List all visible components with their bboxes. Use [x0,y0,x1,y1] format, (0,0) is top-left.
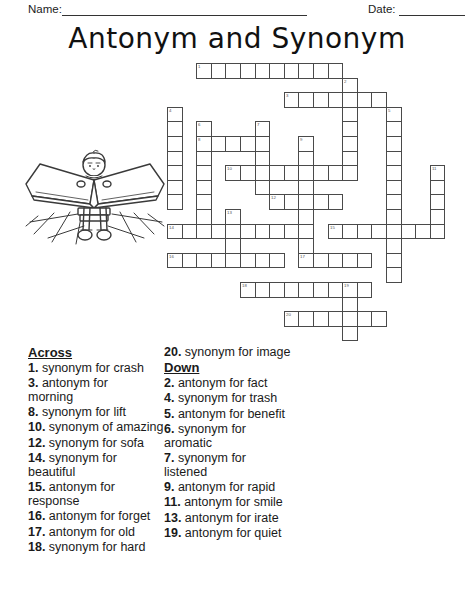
clue-number: 6. [164,422,174,436]
crossword-cell[interactable] [386,194,402,210]
cell-number: 15 [330,225,335,229]
crossword-cell[interactable] [167,180,183,196]
clue-item: 3. antonym for morning [28,377,166,405]
crossword-cell[interactable] [328,63,344,79]
crossword-cell[interactable] [342,107,358,123]
crossword-cell[interactable] [269,282,285,298]
crossword-cell[interactable] [196,209,212,225]
crossword-cell[interactable] [255,151,271,167]
clue-item: 16. antonym for forget [28,510,166,524]
crossword-cell[interactable] [240,165,256,181]
clue-number: 3. [28,376,38,390]
clue-text: synonym for aromatic [164,422,246,450]
cell-number: 10 [227,166,232,170]
across-clue-column: Across 1. synonym for crash3. antonym fo… [28,346,166,556]
cell-number: 11 [432,166,436,170]
crossword-cell[interactable] [386,224,402,240]
crossword-cell[interactable] [357,253,373,269]
crossword-cell[interactable]: 12 [269,194,285,210]
crossword-cell[interactable] [269,224,285,240]
across-clue-list: 1. synonym for crash3. antonym for morni… [28,362,166,555]
clue-item: 20. synonym for image [164,346,302,360]
clue-text: antonym for old [45,525,135,539]
cell-number: 20 [286,312,291,316]
crossword-cell[interactable] [196,165,212,181]
clue-number: 15. [28,480,45,494]
clue-text: antonym for irate [181,511,278,525]
clue-number: 19. [164,526,181,540]
cell-number: 19 [344,283,349,287]
crossword-cell[interactable] [240,63,256,79]
cell-number: 4 [169,108,171,112]
clue-number: 12. [28,436,45,450]
crossword-cell[interactable] [342,326,358,342]
clue-text: antonym for fact [174,376,267,390]
crossword-cell[interactable] [328,282,344,298]
clue-number: 5. [164,407,174,421]
crossword-cell[interactable] [225,136,241,152]
clue-item: 8. synonym for lift [28,406,166,420]
cell-number: 12 [271,195,276,199]
cell-number: 18 [242,283,247,287]
clue-number: 10. [28,420,45,434]
crossword-cell[interactable] [211,63,227,79]
crossword-cell[interactable] [240,253,256,269]
clue-item: 18. synonym for hard [28,541,166,555]
crossword-cell[interactable] [342,224,358,240]
crossword-cell[interactable] [371,92,387,108]
down-heading: Down [164,361,302,375]
clue-number: 18. [28,540,45,554]
cell-number: 13 [227,210,232,214]
clue-text: antonym for forget [45,509,150,523]
date-label: Date: [368,3,396,15]
worksheet-page: Name: Date: Antonym and Synonym [0,0,474,613]
crossword-cell[interactable] [298,180,314,196]
crossword-cell[interactable] [328,165,344,181]
crossword-cell[interactable] [430,180,446,196]
crossword-cell[interactable]: 9 [298,136,314,152]
crossword-cell[interactable]: 7 [255,121,271,137]
crossword-cell[interactable]: 5 [386,107,402,123]
cell-number: 6 [198,122,200,126]
crossword-cell[interactable] [196,194,212,210]
crossword-cell[interactable] [298,92,314,108]
crossword-cell[interactable] [284,282,300,298]
crossword-cell[interactable] [211,224,227,240]
crossword-cell[interactable] [357,311,373,327]
clue-number: 16. [28,509,45,523]
crossword-cell[interactable] [430,209,446,225]
crossword-cell[interactable] [313,282,329,298]
crossword-cell[interactable] [225,253,241,269]
crossword-cell[interactable] [386,136,402,152]
crossword-cell[interactable] [415,224,431,240]
crossword-cell[interactable] [386,238,402,254]
crossword-cell[interactable] [298,311,314,327]
clue-item: 10. synonym of amazing [28,421,166,435]
crossword-cell[interactable] [328,92,344,108]
clue-item: 7. synonym for listened [164,452,302,480]
crossword-cell[interactable] [225,238,241,254]
crossword-cell[interactable] [298,224,314,240]
crossword-cell[interactable] [255,253,271,269]
clue-text: synonym of amazing [45,420,163,434]
crossword-cell[interactable] [357,92,373,108]
clue-item: 13. antonym for irate [164,512,302,526]
crossword-cell[interactable] [342,297,358,313]
crossword-cell[interactable] [182,224,198,240]
crossword-cell[interactable] [255,224,271,240]
crossword-cell[interactable] [225,224,241,240]
cell-number: 17 [300,254,305,258]
cell-number: 2 [344,79,346,83]
clue-text: synonym for listened [164,451,246,479]
crossword-cell[interactable] [298,238,314,254]
clue-item: 6. synonym for aromatic [164,423,302,451]
crossword-cell[interactable] [313,253,329,269]
crossword-cell[interactable] [386,121,402,137]
clue-number: 13. [164,511,181,525]
crossword-cell[interactable] [298,63,314,79]
crossword-cell[interactable] [313,165,329,181]
crossword-cell[interactable] [386,267,402,283]
crossword-cell[interactable] [255,165,271,181]
crossword-cell[interactable]: 15 [328,224,344,240]
page-title: Antonym and Synonym [0,22,474,55]
clue-text: synonym for crash [38,361,144,375]
crossword-cell[interactable] [298,151,314,167]
crossword-cell[interactable] [313,63,329,79]
clue-text: synonym for hard [45,540,145,554]
cell-number: 16 [169,254,174,258]
crossword-cell[interactable] [167,165,183,181]
down-clue-list: 2. antonym for fact4. synonym for trash5… [164,377,302,541]
clue-item: 11. antonym for smile [164,496,302,510]
crossword-cell[interactable] [313,311,329,327]
crossword-cell[interactable] [255,180,271,196]
crossword-cell[interactable] [167,121,183,137]
crossword-cell[interactable] [284,165,300,181]
crossword-cell[interactable] [225,63,241,79]
crossword-cell[interactable] [255,63,271,79]
crossword-cell[interactable] [284,63,300,79]
crossword-cell[interactable]: 4 [167,107,183,123]
crossword-cell[interactable] [328,194,344,210]
clue-number: 2. [164,376,174,390]
legs-and-books [78,208,111,240]
clue-item: 15. antonym for response [28,481,166,509]
crossword-cell[interactable]: 14 [167,224,183,240]
crossword-cell[interactable] [211,136,227,152]
clue-text: synonym for image [181,345,290,359]
cell-number: 14 [169,225,174,229]
crossword-cell[interactable] [342,151,358,167]
crossword-cell[interactable] [167,151,183,167]
crossword-cell[interactable] [298,194,314,210]
crossword-cell[interactable] [342,92,358,108]
crossword-cell[interactable] [386,209,402,225]
clue-number: 7. [164,451,174,465]
crossword-cell[interactable]: 17 [298,253,314,269]
clue-text: antonym for benefit [174,407,284,421]
crossword-cell[interactable] [269,165,285,181]
clue-text: synonym for lift [38,405,126,419]
crossword-cell[interactable]: 11 [430,165,446,181]
crossword-cell[interactable]: 20 [284,311,300,327]
crossword-cell[interactable] [342,136,358,152]
crossword-cell[interactable] [328,311,344,327]
crossword-cell[interactable] [357,282,373,298]
crossword-cell[interactable]: 18 [240,282,256,298]
date-write-in-line[interactable] [399,15,465,16]
crossword-cell[interactable]: 8 [196,136,212,152]
crossword-cell[interactable] [284,194,300,210]
crossword-cell[interactable] [284,224,300,240]
name-write-in-line[interactable] [62,15,307,16]
crossword-cell[interactable] [255,136,271,152]
crossword-cell[interactable] [298,209,314,225]
crossword-cell[interactable]: 2 [342,78,358,94]
clue-number: 8. [28,405,38,419]
clue-number: 20. [164,345,181,359]
crossword-cell[interactable] [167,136,183,152]
across-heading: Across [28,346,166,360]
crossword-cell[interactable]: 16 [167,253,183,269]
crossword-cell[interactable] [430,224,446,240]
clue-number: 17. [28,525,45,539]
crossword-cell[interactable] [313,194,329,210]
crossword-cell[interactable]: 19 [342,282,358,298]
crossword-cell[interactable]: 6 [196,121,212,137]
crossword-cell[interactable] [240,136,256,152]
crossword-cell[interactable] [298,165,314,181]
crossword-cell[interactable] [240,224,256,240]
crossword-cell[interactable] [196,253,212,269]
clue-text: antonym for smile [181,495,283,509]
cell-number: 3 [286,93,288,97]
crossword-cell[interactable]: 13 [225,209,241,225]
crossword-cell[interactable] [196,224,212,240]
crossword-cell[interactable] [430,194,446,210]
cell-number: 5 [388,108,390,112]
crossword-cell[interactable] [313,92,329,108]
down-clue-column: 20. synonym for image Down 2. antonym fo… [164,346,302,542]
clue-item: 14. synonym for beautiful [28,452,166,480]
crossword-cell[interactable] [342,121,358,137]
clue-number: 11. [164,495,181,509]
crossword-cell[interactable] [255,282,271,298]
crossword-cell[interactable] [328,253,344,269]
clue-item: 1. synonym for crash [28,362,166,376]
crossword-cell[interactable] [269,63,285,79]
clue-item: 9. antonym for rapid [164,481,302,495]
crossword-cell[interactable] [401,224,417,240]
crossword-cell[interactable] [386,253,402,269]
clue-item: 17. antonym for old [28,526,166,540]
clue-item: 12. synonym for sofa [28,437,166,451]
cell-number: 7 [257,122,259,126]
crossword-cell[interactable] [371,311,387,327]
cell-number: 9 [300,137,302,141]
clue-text: antonym for quiet [181,526,281,540]
clue-number: 1. [28,361,38,375]
crossword-cell[interactable] [342,165,358,181]
crossword-cell[interactable] [357,224,373,240]
crossword-cell[interactable] [386,165,402,181]
crossword-cell[interactable] [196,151,212,167]
across-overflow-clue-list: 20. synonym for image [164,346,302,360]
crossword-cell[interactable] [342,311,358,327]
crossword-cell[interactable] [298,282,314,298]
cell-number: 1 [198,64,200,68]
crossword-cell[interactable] [386,151,402,167]
clue-number: 4. [164,391,174,405]
crossword-cell[interactable] [386,180,402,196]
clue-item: 5. antonym for benefit [164,408,302,422]
clue-text: synonym for sofa [45,436,144,450]
crossword-cell[interactable] [371,224,387,240]
reading-child-illustration [24,146,166,248]
crossword-cell[interactable]: 3 [284,92,300,108]
crossword-cell[interactable] [182,253,198,269]
crossword-cell[interactable] [167,194,183,210]
crossword-cell[interactable] [211,253,227,269]
crossword-cell[interactable] [269,253,285,269]
clue-number: 9. [164,480,174,494]
cell-number: 8 [198,137,200,141]
clue-text: synonym for trash [174,391,277,405]
clue-text: antonym for morning [28,376,108,404]
clue-text: antonym for rapid [174,480,275,494]
clue-item: 19. antonym for quiet [164,527,302,541]
clue-number: 14. [28,451,45,465]
crossword-cell[interactable] [196,180,212,196]
clue-item: 4. synonym for trash [164,392,302,406]
name-label: Name: [28,3,62,15]
crossword-cell[interactable]: 10 [225,165,241,181]
clue-item: 2. antonym for fact [164,377,302,391]
crossword-cell[interactable]: 1 [196,63,212,79]
crossword-cell[interactable] [342,253,358,269]
